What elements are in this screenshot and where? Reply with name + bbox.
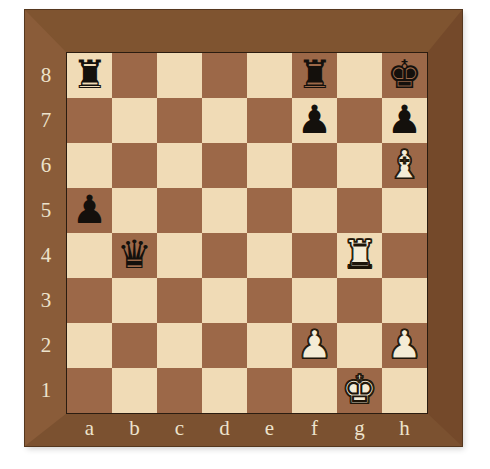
piece-white-rook[interactable]: ♜ [337,233,382,278]
square-f7[interactable]: ♟ [292,98,337,143]
square-a4[interactable] [67,233,112,278]
square-b5[interactable] [112,188,157,233]
square-h8[interactable]: ♚ [382,53,427,98]
square-e6[interactable] [247,143,292,188]
piece-black-rook[interactable]: ♜ [67,53,112,98]
file-label-c: c [157,413,202,446]
square-c2[interactable] [157,323,202,368]
square-f8[interactable]: ♜ [292,53,337,98]
square-e3[interactable] [247,278,292,323]
file-label-f: f [292,413,337,446]
square-e4[interactable] [247,233,292,278]
square-e5[interactable] [247,188,292,233]
square-b3[interactable] [112,278,157,323]
square-c8[interactable] [157,53,202,98]
square-c7[interactable] [157,98,202,143]
square-b2[interactable] [112,323,157,368]
piece-white-king[interactable]: ♚ [337,368,382,413]
square-g6[interactable] [337,143,382,188]
file-label-b: b [112,413,157,446]
square-a8[interactable]: ♜ [67,53,112,98]
square-h5[interactable] [382,188,427,233]
square-c5[interactable] [157,188,202,233]
piece-white-bishop[interactable]: ♝ [382,143,427,188]
square-b4[interactable]: ♛ [112,233,157,278]
rank-label-7: 7 [25,98,67,143]
square-h4[interactable] [382,233,427,278]
chess-board: ♜♜♚♟♟♝♟♛♜♟♟♚ 87654321 abcdefgh [25,10,462,446]
square-a5[interactable]: ♟ [67,188,112,233]
file-label-e: e [247,413,292,446]
square-d7[interactable] [202,98,247,143]
square-c1[interactable] [157,368,202,413]
square-g5[interactable] [337,188,382,233]
file-label-h: h [382,413,427,446]
square-h1[interactable] [382,368,427,413]
square-f1[interactable] [292,368,337,413]
square-g1[interactable]: ♚ [337,368,382,413]
square-c6[interactable] [157,143,202,188]
square-a2[interactable] [67,323,112,368]
square-e2[interactable] [247,323,292,368]
square-f4[interactable] [292,233,337,278]
square-g8[interactable] [337,53,382,98]
square-h3[interactable] [382,278,427,323]
square-f2[interactable]: ♟ [292,323,337,368]
square-g2[interactable] [337,323,382,368]
piece-white-pawn[interactable]: ♟ [382,323,427,368]
square-d6[interactable] [202,143,247,188]
piece-black-pawn[interactable]: ♟ [382,98,427,143]
square-a6[interactable] [67,143,112,188]
rank-label-3: 3 [25,278,67,323]
square-a1[interactable] [67,368,112,413]
piece-black-rook[interactable]: ♜ [292,53,337,98]
square-d3[interactable] [202,278,247,323]
square-d1[interactable] [202,368,247,413]
chess-diagram: ♜♜♚♟♟♝♟♛♜♟♟♚ 87654321 abcdefgh [0,0,490,469]
square-e1[interactable] [247,368,292,413]
board-squares: ♜♜♚♟♟♝♟♛♜♟♟♚ [67,53,427,413]
square-d2[interactable] [202,323,247,368]
file-label-g: g [337,413,382,446]
rank-label-4: 4 [25,233,67,278]
square-b7[interactable] [112,98,157,143]
square-a3[interactable] [67,278,112,323]
piece-white-pawn[interactable]: ♟ [292,323,337,368]
square-f3[interactable] [292,278,337,323]
square-b8[interactable] [112,53,157,98]
file-label-a: a [67,413,112,446]
square-g7[interactable] [337,98,382,143]
square-g4[interactable]: ♜ [337,233,382,278]
square-d8[interactable] [202,53,247,98]
square-c4[interactable] [157,233,202,278]
square-b6[interactable] [112,143,157,188]
file-label-d: d [202,413,247,446]
square-f5[interactable] [292,188,337,233]
square-b1[interactable] [112,368,157,413]
square-d4[interactable] [202,233,247,278]
rank-label-2: 2 [25,323,67,368]
square-e8[interactable] [247,53,292,98]
square-c3[interactable] [157,278,202,323]
square-h7[interactable]: ♟ [382,98,427,143]
square-f6[interactable] [292,143,337,188]
square-e7[interactable] [247,98,292,143]
rank-label-8: 8 [25,53,67,98]
square-d5[interactable] [202,188,247,233]
piece-black-king[interactable]: ♚ [382,53,427,98]
piece-black-pawn[interactable]: ♟ [67,188,112,233]
piece-black-queen[interactable]: ♛ [112,233,157,278]
square-h2[interactable]: ♟ [382,323,427,368]
square-a7[interactable] [67,98,112,143]
rank-label-1: 1 [25,368,67,413]
rank-label-5: 5 [25,188,67,233]
square-g3[interactable] [337,278,382,323]
square-h6[interactable]: ♝ [382,143,427,188]
piece-black-pawn[interactable]: ♟ [292,98,337,143]
rank-label-6: 6 [25,143,67,188]
